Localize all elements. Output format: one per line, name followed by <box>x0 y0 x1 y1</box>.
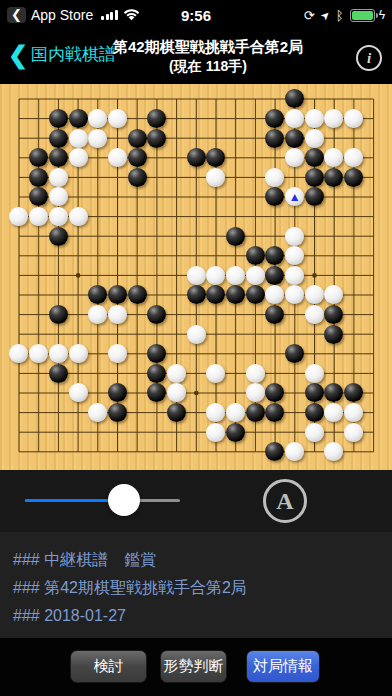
board-cell[interactable] <box>265 266 285 286</box>
board-cell[interactable] <box>245 403 265 423</box>
board-cell[interactable] <box>108 128 128 148</box>
board-cell[interactable] <box>226 285 246 305</box>
board-cell[interactable] <box>304 168 324 188</box>
board-cell[interactable] <box>206 422 226 442</box>
board-cell[interactable] <box>285 422 305 442</box>
board-cell[interactable] <box>9 207 29 227</box>
board-cell[interactable] <box>147 128 167 148</box>
board-cell[interactable] <box>186 226 206 246</box>
board-cell[interactable] <box>147 403 167 423</box>
game-info-button[interactable]: 対局情報 <box>246 650 320 683</box>
board-cell[interactable] <box>186 344 206 364</box>
board-cell[interactable] <box>265 89 285 109</box>
board-cell[interactable] <box>108 266 128 286</box>
board-cell[interactable] <box>49 344 69 364</box>
board-cell[interactable] <box>167 344 187 364</box>
board-cell[interactable] <box>29 403 49 423</box>
board-cell[interactable] <box>167 364 187 384</box>
board-cell[interactable] <box>167 422 187 442</box>
board-cell[interactable] <box>88 344 108 364</box>
board-cell[interactable] <box>226 187 246 207</box>
board-cell[interactable] <box>29 285 49 305</box>
board-cell[interactable] <box>344 403 364 423</box>
board-cell[interactable] <box>147 246 167 266</box>
board-cell[interactable] <box>265 364 285 384</box>
board-cell[interactable] <box>68 442 88 462</box>
board-cell[interactable] <box>29 148 49 168</box>
board-cell[interactable] <box>324 168 344 188</box>
board-cell[interactable] <box>324 207 344 227</box>
board-cell[interactable] <box>304 246 324 266</box>
board-cell[interactable] <box>29 109 49 129</box>
board-cell[interactable] <box>127 383 147 403</box>
board-cell[interactable] <box>49 266 69 286</box>
board-cell[interactable] <box>29 168 49 188</box>
board-cell[interactable] <box>226 403 246 423</box>
board-cell[interactable] <box>226 344 246 364</box>
board-cell[interactable] <box>68 344 88 364</box>
board-cell[interactable] <box>167 285 187 305</box>
board-cell[interactable] <box>186 305 206 325</box>
board-cell[interactable] <box>29 364 49 384</box>
board-cell[interactable] <box>186 246 206 266</box>
board-cell[interactable] <box>344 187 364 207</box>
board-cell[interactable] <box>147 207 167 227</box>
board-cell[interactable] <box>9 109 29 129</box>
board-cell[interactable] <box>245 422 265 442</box>
board-cell[interactable] <box>285 168 305 188</box>
board-cell[interactable] <box>29 266 49 286</box>
board-cell[interactable] <box>344 442 364 462</box>
board-cell[interactable] <box>68 383 88 403</box>
board-cell[interactable] <box>88 422 108 442</box>
board-cell[interactable] <box>265 187 285 207</box>
board-cell[interactable] <box>88 187 108 207</box>
board-cell[interactable] <box>304 324 324 344</box>
board-cell[interactable] <box>68 148 88 168</box>
board-cell[interactable] <box>127 226 147 246</box>
board-cell[interactable] <box>324 324 344 344</box>
board-cell[interactable] <box>147 305 167 325</box>
board-cell[interactable] <box>68 285 88 305</box>
board-cell[interactable] <box>304 266 324 286</box>
board-cell[interactable] <box>285 246 305 266</box>
board-cell[interactable] <box>364 324 384 344</box>
board-cell[interactable] <box>304 226 324 246</box>
board-cell[interactable] <box>9 266 29 286</box>
board-cell[interactable] <box>29 324 49 344</box>
board-cell[interactable] <box>206 168 226 188</box>
board-cell[interactable] <box>304 344 324 364</box>
board-cell[interactable] <box>226 422 246 442</box>
board-cell[interactable] <box>147 89 167 109</box>
board-cell[interactable] <box>9 305 29 325</box>
board-cell[interactable] <box>265 324 285 344</box>
board-cell[interactable] <box>285 148 305 168</box>
board-cell[interactable] <box>49 246 69 266</box>
board-cell[interactable] <box>226 442 246 462</box>
board-cell[interactable] <box>88 285 108 305</box>
board-cell[interactable] <box>245 364 265 384</box>
board-cell[interactable] <box>88 266 108 286</box>
board-cell[interactable] <box>147 344 167 364</box>
board-cell[interactable] <box>49 305 69 325</box>
board-cell[interactable] <box>245 109 265 129</box>
board-cell[interactable] <box>344 148 364 168</box>
board-cell[interactable] <box>29 442 49 462</box>
board-cell[interactable] <box>186 422 206 442</box>
board-cell[interactable] <box>127 109 147 129</box>
board-cell[interactable] <box>186 128 206 148</box>
board-cell[interactable] <box>108 364 128 384</box>
board-cell[interactable] <box>68 246 88 266</box>
board-cell[interactable] <box>344 109 364 129</box>
board-cell[interactable] <box>265 226 285 246</box>
board-cell[interactable] <box>108 403 128 423</box>
board-cell[interactable] <box>206 246 226 266</box>
board-cell[interactable] <box>49 324 69 344</box>
board-cell[interactable] <box>304 442 324 462</box>
board-cell[interactable] <box>127 285 147 305</box>
board-cell[interactable] <box>127 324 147 344</box>
board-cell[interactable] <box>167 109 187 129</box>
board-cell[interactable] <box>49 383 69 403</box>
board-cell[interactable] <box>88 207 108 227</box>
analyze-button[interactable]: 検討 <box>70 650 147 683</box>
board-cell[interactable] <box>9 187 29 207</box>
board-cell[interactable] <box>49 422 69 442</box>
board-cell[interactable] <box>167 148 187 168</box>
board-cell[interactable] <box>127 344 147 364</box>
board-cell[interactable] <box>88 383 108 403</box>
board-cell[interactable] <box>127 422 147 442</box>
board-cell[interactable] <box>88 109 108 129</box>
board-cell[interactable] <box>206 187 226 207</box>
board-cell[interactable] <box>108 324 128 344</box>
kifu-comment-area[interactable]: ### 中継棋譜 鑑賞### 第42期棋聖戦挑戦手合第2局### 2018-01… <box>0 532 392 638</box>
move-slider-thumb[interactable] <box>108 484 140 516</box>
board-cell[interactable] <box>9 422 29 442</box>
board-cell[interactable] <box>364 383 384 403</box>
back-to-app-icon[interactable]: ❮ <box>7 7 26 23</box>
board-cell[interactable] <box>226 383 246 403</box>
board-cell[interactable] <box>9 344 29 364</box>
board-cell[interactable] <box>88 364 108 384</box>
board-cell[interactable] <box>68 364 88 384</box>
board-cell[interactable] <box>68 187 88 207</box>
board-cell[interactable] <box>108 168 128 188</box>
board-cell[interactable] <box>9 442 29 462</box>
board-cell[interactable] <box>186 324 206 344</box>
board-cell[interactable] <box>9 246 29 266</box>
board-cell[interactable] <box>186 442 206 462</box>
board-cell[interactable] <box>364 246 384 266</box>
board-cell[interactable] <box>285 344 305 364</box>
board-cell[interactable] <box>344 226 364 246</box>
board-cell[interactable] <box>304 187 324 207</box>
board-cell[interactable] <box>364 305 384 325</box>
board-cell[interactable] <box>68 89 88 109</box>
board-cell[interactable] <box>49 109 69 129</box>
board-cell[interactable] <box>108 383 128 403</box>
board-cell[interactable] <box>364 364 384 384</box>
board-cell[interactable] <box>324 422 344 442</box>
board-cell[interactable] <box>29 305 49 325</box>
board-cell[interactable] <box>265 148 285 168</box>
board-cell[interactable] <box>206 383 226 403</box>
board-cell[interactable] <box>265 305 285 325</box>
board-cell[interactable] <box>285 383 305 403</box>
board-cell[interactable] <box>49 128 69 148</box>
auto-play-button[interactable]: A <box>263 479 307 523</box>
board-cell[interactable] <box>167 266 187 286</box>
board-cell[interactable] <box>206 324 226 344</box>
board-cell[interactable] <box>147 364 167 384</box>
board-cell[interactable] <box>226 207 246 227</box>
board-cell[interactable] <box>29 422 49 442</box>
board-cell[interactable] <box>344 128 364 148</box>
board-cell[interactable] <box>167 168 187 188</box>
board-cell[interactable] <box>324 226 344 246</box>
board-cell[interactable] <box>324 305 344 325</box>
board-cell[interactable] <box>245 383 265 403</box>
board-cell[interactable] <box>147 285 167 305</box>
board-cell[interactable] <box>245 305 265 325</box>
board-cell[interactable] <box>167 403 187 423</box>
board-cell[interactable] <box>226 89 246 109</box>
board-cell[interactable] <box>304 403 324 423</box>
board-cell[interactable] <box>285 403 305 423</box>
board-cell[interactable] <box>304 305 324 325</box>
board-cell[interactable] <box>127 207 147 227</box>
board-cell[interactable] <box>68 168 88 188</box>
board-cell[interactable] <box>265 285 285 305</box>
board-cell[interactable] <box>108 226 128 246</box>
board-cell[interactable] <box>226 226 246 246</box>
board-cell[interactable] <box>344 422 364 442</box>
board-cell[interactable] <box>364 285 384 305</box>
board-cell[interactable] <box>265 344 285 364</box>
board-cell[interactable] <box>206 148 226 168</box>
board-cell[interactable] <box>127 89 147 109</box>
board-cell[interactable] <box>147 383 167 403</box>
board-cell[interactable] <box>186 207 206 227</box>
board-cell[interactable] <box>167 226 187 246</box>
board-cell[interactable] <box>68 226 88 246</box>
board-cell[interactable] <box>324 403 344 423</box>
board-cell[interactable] <box>245 128 265 148</box>
board-cell[interactable] <box>9 285 29 305</box>
board-cell[interactable] <box>304 207 324 227</box>
board-cell[interactable] <box>265 128 285 148</box>
board-cell[interactable] <box>324 187 344 207</box>
board-cell[interactable] <box>186 109 206 129</box>
board-cell[interactable] <box>226 364 246 384</box>
board-cell[interactable] <box>167 89 187 109</box>
board-cell[interactable] <box>49 403 69 423</box>
board-cell[interactable] <box>127 403 147 423</box>
board-cell[interactable] <box>364 148 384 168</box>
info-button[interactable]: i <box>356 45 382 71</box>
board-cell[interactable] <box>186 364 206 384</box>
board-cell[interactable] <box>245 148 265 168</box>
board-cell[interactable] <box>265 207 285 227</box>
board-cell[interactable] <box>265 442 285 462</box>
board-cell[interactable] <box>167 324 187 344</box>
board-cell[interactable] <box>88 128 108 148</box>
board-cell[interactable] <box>29 226 49 246</box>
board-cell[interactable] <box>186 168 206 188</box>
board-cell[interactable] <box>364 187 384 207</box>
board-cell[interactable] <box>304 285 324 305</box>
board-cell[interactable] <box>364 403 384 423</box>
board-cell[interactable] <box>147 168 167 188</box>
board-cell[interactable] <box>9 148 29 168</box>
board-cell[interactable] <box>206 442 226 462</box>
board-cell[interactable] <box>88 89 108 109</box>
board-cell[interactable] <box>304 128 324 148</box>
board-cell[interactable] <box>245 187 265 207</box>
board-cell[interactable] <box>108 442 128 462</box>
board-cell[interactable] <box>68 207 88 227</box>
board-cell[interactable] <box>108 246 128 266</box>
board-cell[interactable] <box>364 422 384 442</box>
board-cell[interactable] <box>127 442 147 462</box>
board-cell[interactable] <box>49 364 69 384</box>
board-cell[interactable] <box>324 246 344 266</box>
board-cell[interactable] <box>265 168 285 188</box>
board-cell[interactable] <box>285 128 305 148</box>
board-cell[interactable] <box>29 246 49 266</box>
board-cell[interactable] <box>167 305 187 325</box>
position-judgement-button[interactable]: 形勢判断 <box>160 650 227 683</box>
board-cell[interactable] <box>364 89 384 109</box>
board-cell[interactable] <box>49 226 69 246</box>
board-cell[interactable] <box>49 285 69 305</box>
board-cell[interactable] <box>29 187 49 207</box>
board-cell[interactable] <box>29 207 49 227</box>
board-cell[interactable] <box>364 442 384 462</box>
board-cell[interactable] <box>245 168 265 188</box>
board-cell[interactable] <box>186 89 206 109</box>
board-cell[interactable] <box>108 422 128 442</box>
board-cell[interactable] <box>344 364 364 384</box>
board-cell[interactable] <box>88 403 108 423</box>
board-cell[interactable] <box>9 89 29 109</box>
board-cell[interactable] <box>186 403 206 423</box>
board-cell[interactable] <box>324 109 344 129</box>
board-cell[interactable] <box>127 266 147 286</box>
board-cell[interactable] <box>68 324 88 344</box>
board-cell[interactable] <box>324 266 344 286</box>
board-cell[interactable] <box>167 246 187 266</box>
board-cell[interactable] <box>186 187 206 207</box>
board-cell[interactable] <box>364 266 384 286</box>
board-cell[interactable] <box>127 168 147 188</box>
board-cell[interactable] <box>206 305 226 325</box>
board-cell[interactable] <box>9 128 29 148</box>
board-cell[interactable] <box>304 148 324 168</box>
board-cell[interactable] <box>147 109 167 129</box>
board-cell[interactable] <box>245 89 265 109</box>
board-cell[interactable] <box>344 207 364 227</box>
board-cell[interactable] <box>88 324 108 344</box>
back-to-app-label[interactable]: App Store <box>31 7 93 23</box>
board-cell[interactable] <box>285 226 305 246</box>
board-cell[interactable] <box>88 442 108 462</box>
board-cell[interactable] <box>147 442 167 462</box>
board-cell[interactable] <box>206 285 226 305</box>
board-cell[interactable] <box>88 305 108 325</box>
board-cell[interactable] <box>29 128 49 148</box>
board-cell[interactable] <box>127 364 147 384</box>
board-cell[interactable] <box>285 109 305 129</box>
board-cell[interactable] <box>108 344 128 364</box>
board-cell[interactable] <box>344 324 364 344</box>
board-cell[interactable] <box>49 148 69 168</box>
board-cell[interactable] <box>108 187 128 207</box>
board-cell[interactable] <box>324 89 344 109</box>
board-cell[interactable] <box>265 422 285 442</box>
board-cell[interactable] <box>127 148 147 168</box>
board-cell[interactable] <box>304 383 324 403</box>
board-cell[interactable] <box>127 246 147 266</box>
board-cell[interactable] <box>68 422 88 442</box>
board-cell[interactable] <box>344 266 364 286</box>
board-cell[interactable] <box>206 89 226 109</box>
board-cell[interactable] <box>49 187 69 207</box>
board-cell[interactable] <box>29 89 49 109</box>
board-cell[interactable] <box>226 324 246 344</box>
board-cell[interactable] <box>265 383 285 403</box>
board-cell[interactable] <box>226 168 246 188</box>
board-cell[interactable] <box>206 128 226 148</box>
board-cell[interactable] <box>147 187 167 207</box>
board-cell[interactable] <box>364 128 384 148</box>
board-cell[interactable] <box>147 324 167 344</box>
board-cell[interactable] <box>324 344 344 364</box>
board-cell[interactable] <box>206 109 226 129</box>
board-cell[interactable] <box>49 89 69 109</box>
board-cell[interactable] <box>304 109 324 129</box>
board-cell[interactable] <box>9 364 29 384</box>
board-cell[interactable] <box>9 226 29 246</box>
board-cell[interactable] <box>245 344 265 364</box>
board-cell[interactable] <box>226 109 246 129</box>
board-cell[interactable] <box>206 344 226 364</box>
board-cell[interactable] <box>226 266 246 286</box>
board-cell[interactable] <box>226 246 246 266</box>
board-cell[interactable] <box>127 305 147 325</box>
board-cell[interactable] <box>344 89 364 109</box>
board-cell[interactable] <box>88 226 108 246</box>
board-cell[interactable] <box>49 207 69 227</box>
board-cell[interactable]: ▲ <box>285 187 305 207</box>
board-cell[interactable] <box>68 109 88 129</box>
board-cell[interactable] <box>265 403 285 423</box>
board-cell[interactable] <box>285 324 305 344</box>
board-cell[interactable] <box>324 383 344 403</box>
board-cell[interactable] <box>49 168 69 188</box>
board-cell[interactable] <box>108 285 128 305</box>
board-cell[interactable] <box>344 285 364 305</box>
board-cell[interactable] <box>245 246 265 266</box>
board-cell[interactable] <box>167 383 187 403</box>
board-cell[interactable] <box>245 226 265 246</box>
board-cell[interactable] <box>108 305 128 325</box>
board-cell[interactable] <box>68 305 88 325</box>
board-cell[interactable] <box>108 207 128 227</box>
